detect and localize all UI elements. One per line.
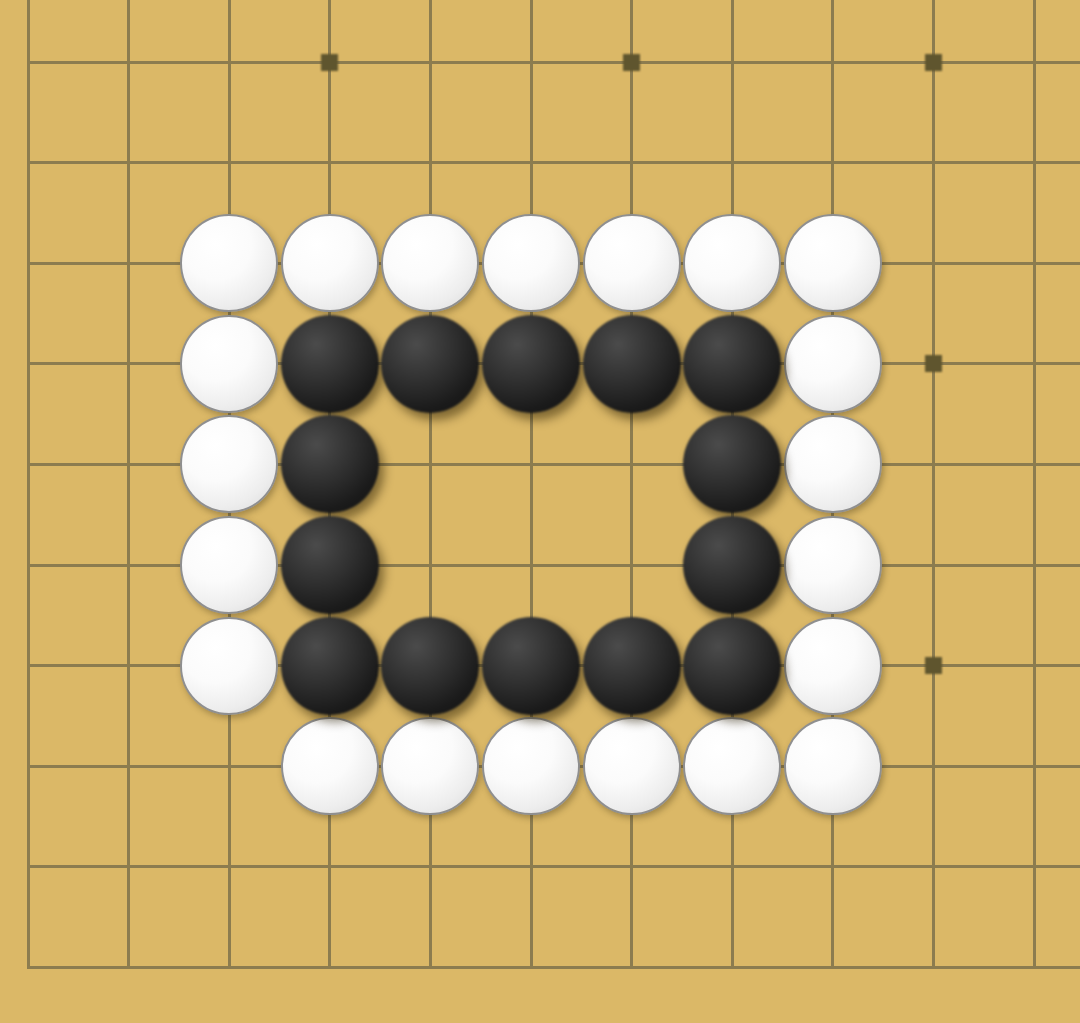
black-stone (381, 617, 479, 715)
black-stone (583, 315, 681, 413)
black-stone (381, 315, 479, 413)
white-stone (381, 717, 479, 815)
white-stone (180, 415, 278, 513)
white-stone (683, 717, 781, 815)
stone-layer (0, 12, 1080, 1018)
black-stone (683, 617, 781, 715)
white-stone (784, 617, 882, 715)
black-stone (683, 415, 781, 513)
white-stone (583, 214, 681, 312)
white-stone (784, 415, 882, 513)
go-board[interactable] (0, 0, 1080, 1023)
black-stone (683, 516, 781, 614)
black-stone (583, 617, 681, 715)
white-stone (482, 717, 580, 815)
black-stone (281, 516, 379, 614)
white-stone (784, 214, 882, 312)
white-stone (180, 315, 278, 413)
black-stone (281, 315, 379, 413)
white-stone (482, 214, 580, 312)
black-stone (482, 315, 580, 413)
white-stone (180, 617, 278, 715)
white-stone (381, 214, 479, 312)
white-stone (784, 717, 882, 815)
white-stone (180, 516, 278, 614)
black-stone (281, 415, 379, 513)
white-stone (583, 717, 681, 815)
white-stone (784, 516, 882, 614)
white-stone (784, 315, 882, 413)
white-stone (683, 214, 781, 312)
black-stone (482, 617, 580, 715)
black-stone (683, 315, 781, 413)
white-stone (281, 717, 379, 815)
black-stone (281, 617, 379, 715)
white-stone (180, 214, 278, 312)
white-stone (281, 214, 379, 312)
